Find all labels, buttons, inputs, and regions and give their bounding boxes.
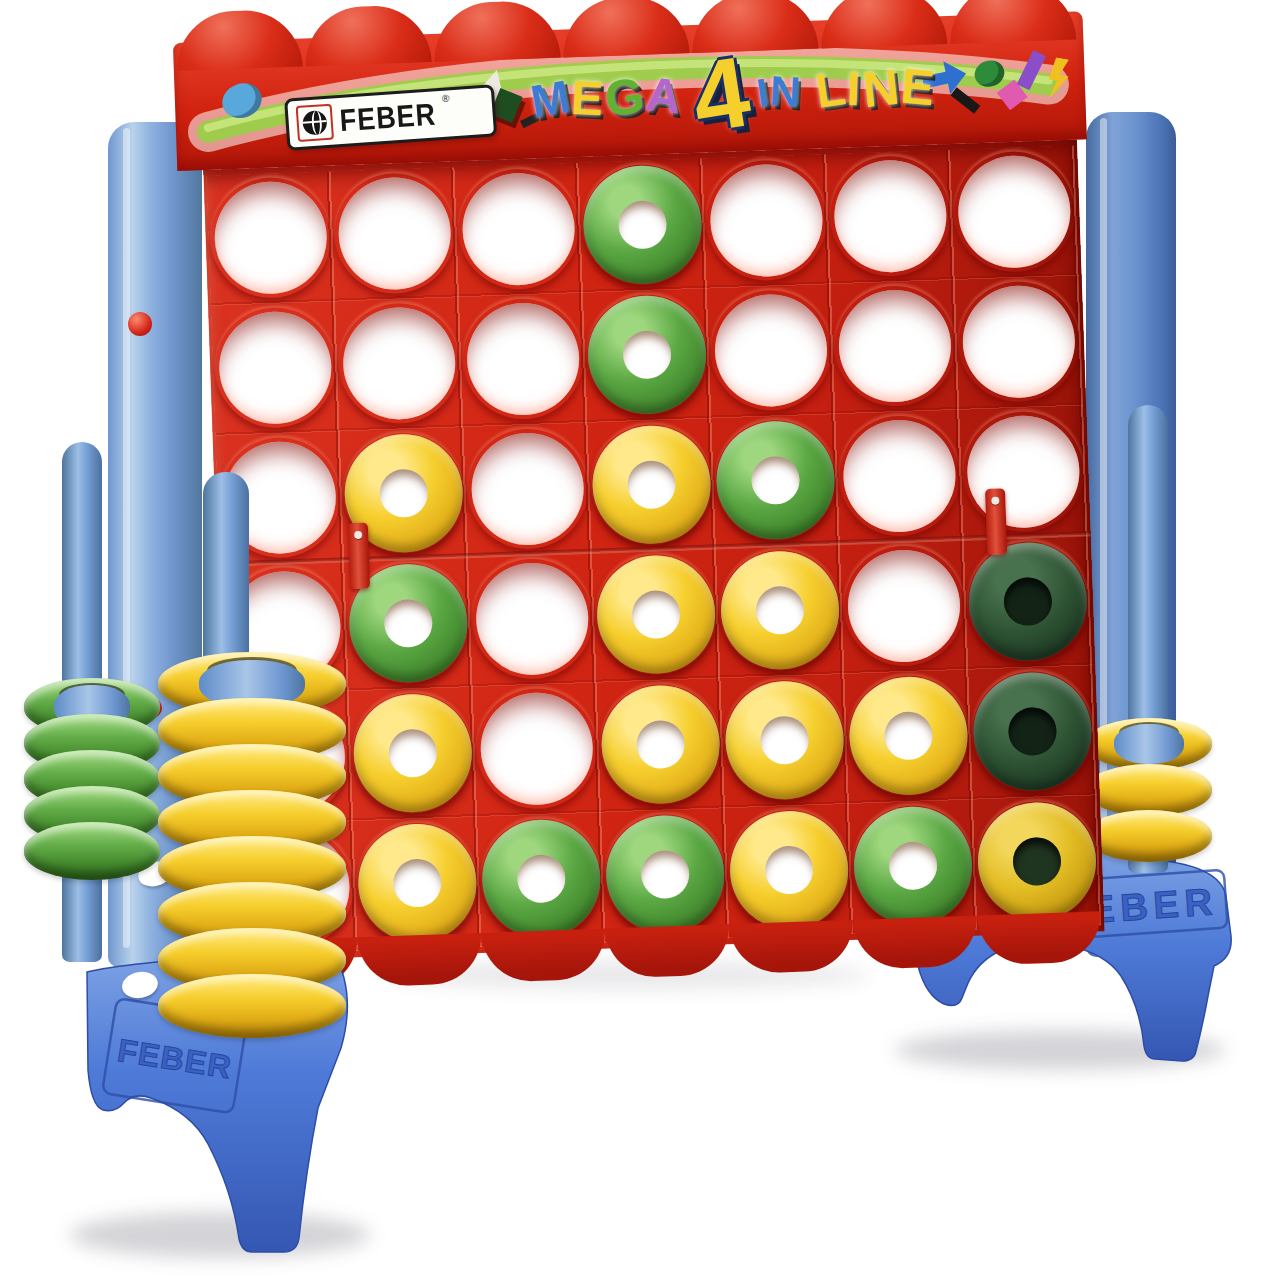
ring-hole — [1008, 707, 1058, 757]
board-bottom-scallop — [729, 920, 855, 974]
board-cell-r2c5 — [707, 284, 835, 418]
board-hole — [337, 176, 453, 292]
title-letter-4: 4 — [686, 45, 755, 143]
board-cell-r2c6 — [831, 280, 959, 414]
board-cell-r2c3 — [459, 293, 587, 427]
board-hole — [837, 288, 953, 404]
ring-hole — [884, 711, 934, 761]
product-title: MEGA4INLINE — [529, 34, 1072, 149]
board-cell-r3c4 — [587, 419, 715, 553]
green-ring — [604, 813, 726, 935]
title-letter-6: N — [769, 72, 801, 111]
board-cell-r4c4 — [592, 548, 720, 682]
green-spare-ring — [24, 822, 160, 880]
board-hole — [213, 180, 329, 296]
title-letter-9: N — [860, 64, 901, 113]
board-hole — [965, 414, 1081, 530]
board-cell-r6c7 — [973, 795, 1101, 929]
ring-hole — [393, 858, 443, 908]
seam-clip-right — [985, 488, 1007, 555]
ring-hole — [640, 850, 690, 900]
board-hole — [846, 548, 962, 664]
board-hole — [842, 418, 958, 534]
yellow-ring — [352, 692, 474, 814]
board-cell-r6c2 — [353, 817, 481, 951]
banner-scallop — [304, 4, 432, 66]
green-ring — [967, 541, 1089, 663]
ring-hole — [516, 854, 566, 904]
board-hole — [474, 561, 590, 677]
yellow-ring — [591, 424, 713, 546]
board-cell-r5c2 — [349, 687, 477, 821]
green-ring — [971, 670, 1093, 792]
ring-hole — [1003, 577, 1053, 627]
registered-trademark: ® — [442, 92, 450, 103]
board-cell-r2c1 — [211, 302, 339, 436]
board-cell-r6c6 — [849, 800, 977, 934]
title-letter-7: L — [813, 67, 848, 114]
yellow-ring — [595, 554, 717, 676]
board-hole — [956, 154, 1072, 270]
board-cell-r4c6 — [840, 540, 968, 674]
board-cell-r2c4 — [583, 289, 711, 423]
feber-globe-icon — [296, 104, 334, 142]
board-cell-r2c2 — [335, 297, 463, 431]
ring-hole — [1012, 837, 1062, 887]
title-letter-2: G — [603, 73, 647, 122]
board-bottom-scallop — [853, 916, 979, 970]
board-hole — [461, 171, 577, 287]
yellow-ring — [600, 683, 722, 805]
title-letter-1: E — [570, 76, 604, 121]
board-cell-r2c7 — [955, 276, 1083, 410]
board-cell-r5c4 — [596, 678, 724, 812]
yellow-ring — [848, 675, 970, 797]
board-hole — [709, 163, 825, 279]
board-cell-r4c5 — [716, 544, 844, 678]
ring-hole — [388, 728, 438, 778]
left-leg-knob-upper — [128, 312, 152, 336]
board-panel — [203, 140, 1104, 962]
ring-hole — [755, 585, 805, 635]
board-hole — [479, 691, 595, 807]
green-ring — [715, 419, 837, 541]
board-cell-r3c6 — [835, 410, 963, 544]
board-hole — [961, 284, 1077, 400]
board-cell-r5c5 — [720, 674, 848, 808]
board-cell-r5c6 — [844, 670, 972, 804]
yellow-ring — [728, 809, 850, 931]
title-letter-8: I — [847, 68, 862, 112]
board-cell-r6c3 — [477, 813, 605, 947]
yellow-ring — [719, 549, 841, 671]
green-ring — [582, 164, 704, 286]
ring-hole — [888, 841, 938, 891]
seam-clip-left — [348, 523, 370, 590]
board-cell-r3c5 — [711, 414, 839, 548]
yellow-ring — [976, 800, 1098, 922]
green-ring — [480, 818, 602, 940]
title-letter-5: I — [754, 74, 770, 111]
feber-brand-text: FEBER — [339, 97, 438, 139]
board-hole — [713, 292, 829, 408]
board-bottom-scallop — [357, 933, 483, 987]
board-cell-r4c7 — [964, 535, 1092, 669]
board-cell-r1c2 — [330, 167, 458, 301]
board-hole — [465, 301, 581, 417]
ring-hole — [618, 200, 668, 250]
yellow-ring — [356, 822, 478, 944]
ring-hole — [751, 456, 801, 506]
board-bottom-scallop — [481, 929, 607, 983]
board-cell-r3c3 — [463, 423, 591, 557]
yellow-spare-ring — [158, 974, 346, 1038]
board-hole — [217, 310, 333, 426]
title-letter-0: M — [528, 76, 573, 123]
board-bottom-scallop — [605, 924, 731, 978]
green-ring — [852, 805, 974, 927]
board-cell-r1c4 — [578, 159, 706, 293]
ring-hole — [379, 468, 429, 518]
title-letter-3: A — [644, 73, 683, 120]
board-cell-r5c3 — [473, 683, 601, 817]
board-hole — [470, 431, 586, 547]
board-cell-r3c7 — [959, 406, 1087, 540]
product-photo-mega-4-in-line: FEBER FEBER ® MEGA4INLINE — [0, 0, 1267, 1280]
ring-hole — [383, 598, 433, 648]
board-cell-r6c4 — [601, 808, 729, 942]
board-cell-r1c5 — [702, 154, 830, 288]
board-cell-r5c7 — [968, 665, 1096, 799]
yellow-ring — [724, 679, 846, 801]
board-hole — [832, 158, 948, 274]
board-cell-r1c6 — [826, 150, 954, 284]
board-bottom-scallop — [977, 911, 1103, 965]
peg-through-hole — [1114, 724, 1185, 764]
board-cell-r1c3 — [454, 163, 582, 297]
ring-hole — [627, 460, 677, 510]
board-hole — [341, 305, 457, 421]
ring-hole — [631, 590, 681, 640]
board-cell-r4c3 — [468, 553, 596, 687]
board-cell-r6c5 — [725, 804, 853, 938]
ring-hole — [764, 845, 814, 895]
ring-hole — [636, 720, 686, 770]
ring-hole — [760, 715, 810, 765]
banner-scallop — [175, 9, 303, 71]
title-letter-10: E — [899, 63, 936, 111]
board-cell-r1c1 — [207, 172, 335, 306]
green-ring — [586, 294, 708, 416]
board-cell-r1c7 — [950, 146, 1078, 280]
ring-hole — [622, 330, 672, 380]
